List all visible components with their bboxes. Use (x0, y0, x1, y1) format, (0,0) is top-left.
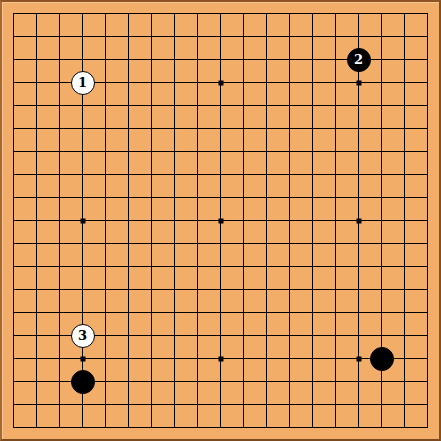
intersection (117, 94, 140, 117)
intersection (232, 25, 255, 48)
intersection (48, 278, 71, 301)
intersection (186, 94, 209, 117)
star-point (356, 218, 361, 223)
intersection (186, 370, 209, 393)
intersection (2, 278, 25, 301)
intersection (232, 94, 255, 117)
intersection (140, 117, 163, 140)
intersection (140, 94, 163, 117)
intersection (186, 48, 209, 71)
intersection (2, 232, 25, 255)
intersection (370, 186, 393, 209)
white-stone-3-D5: 3 (71, 324, 95, 348)
intersection (324, 347, 347, 370)
intersection (209, 416, 232, 439)
intersection (2, 347, 25, 370)
intersection (71, 94, 94, 117)
intersection (25, 2, 48, 25)
intersection (393, 117, 416, 140)
intersection (324, 255, 347, 278)
intersection (186, 324, 209, 347)
intersection (370, 25, 393, 48)
intersection (416, 255, 439, 278)
intersection (347, 232, 370, 255)
intersection (278, 347, 301, 370)
star-point (218, 218, 223, 223)
intersection (209, 324, 232, 347)
intersection (370, 163, 393, 186)
intersection (2, 255, 25, 278)
intersection (393, 48, 416, 71)
intersection (393, 324, 416, 347)
intersection (347, 347, 370, 370)
intersection (209, 2, 232, 25)
intersection (370, 48, 393, 71)
intersection (117, 370, 140, 393)
intersection (140, 347, 163, 370)
intersection (117, 209, 140, 232)
intersection (347, 71, 370, 94)
intersection (393, 370, 416, 393)
intersection (393, 209, 416, 232)
intersection (416, 232, 439, 255)
intersection (186, 416, 209, 439)
intersection (48, 301, 71, 324)
intersection (324, 278, 347, 301)
intersection (209, 232, 232, 255)
intersection (48, 48, 71, 71)
intersection: 3 (71, 324, 94, 347)
intersection (2, 393, 25, 416)
intersection (232, 232, 255, 255)
intersection (117, 324, 140, 347)
intersection (232, 163, 255, 186)
intersection (393, 301, 416, 324)
intersection (94, 209, 117, 232)
intersection (140, 324, 163, 347)
intersection (71, 2, 94, 25)
intersection (347, 2, 370, 25)
intersection (232, 140, 255, 163)
intersection (301, 255, 324, 278)
intersection (232, 278, 255, 301)
intersection (48, 2, 71, 25)
intersection (370, 94, 393, 117)
intersection (370, 370, 393, 393)
star-point (80, 218, 85, 223)
intersection (370, 301, 393, 324)
intersection (140, 232, 163, 255)
intersection (140, 416, 163, 439)
intersection (94, 25, 117, 48)
intersection (416, 140, 439, 163)
intersection (255, 324, 278, 347)
intersection (209, 140, 232, 163)
intersection (255, 71, 278, 94)
intersection (278, 278, 301, 301)
black-stone-D3 (71, 370, 95, 394)
intersection (48, 209, 71, 232)
black-stone-2-Q17: 2 (347, 48, 371, 72)
intersection (140, 48, 163, 71)
star-point (356, 356, 361, 361)
intersection (71, 278, 94, 301)
intersection (48, 163, 71, 186)
intersection (2, 94, 25, 117)
intersection (255, 255, 278, 278)
intersection (186, 232, 209, 255)
intersection (255, 2, 278, 25)
intersection (71, 347, 94, 370)
intersection (25, 117, 48, 140)
intersection (25, 301, 48, 324)
intersection (301, 324, 324, 347)
intersection (117, 232, 140, 255)
intersection (301, 163, 324, 186)
intersection (370, 209, 393, 232)
intersection (163, 232, 186, 255)
intersection (117, 71, 140, 94)
intersection (186, 25, 209, 48)
intersection (301, 117, 324, 140)
intersection (140, 25, 163, 48)
intersection: 2 (347, 48, 370, 71)
intersection (278, 94, 301, 117)
intersection (301, 2, 324, 25)
intersection (255, 25, 278, 48)
intersection (324, 393, 347, 416)
intersection (278, 186, 301, 209)
intersection (25, 209, 48, 232)
intersection (140, 2, 163, 25)
intersection (140, 209, 163, 232)
intersection (324, 163, 347, 186)
intersection (140, 278, 163, 301)
intersection (94, 278, 117, 301)
intersection (163, 140, 186, 163)
intersection (117, 140, 140, 163)
intersection (370, 2, 393, 25)
intersection (94, 416, 117, 439)
intersection (301, 232, 324, 255)
intersection (140, 370, 163, 393)
intersection (301, 94, 324, 117)
intersection (163, 393, 186, 416)
intersection (416, 94, 439, 117)
intersection (393, 347, 416, 370)
intersection (324, 209, 347, 232)
intersection (370, 117, 393, 140)
intersection (278, 255, 301, 278)
intersection (94, 48, 117, 71)
intersection (186, 393, 209, 416)
intersection (278, 416, 301, 439)
intersection (278, 370, 301, 393)
intersection (163, 209, 186, 232)
intersection (25, 416, 48, 439)
intersection (71, 370, 94, 393)
intersection (232, 255, 255, 278)
intersection (163, 255, 186, 278)
intersection (324, 301, 347, 324)
intersection (48, 416, 71, 439)
intersection (117, 163, 140, 186)
intersection (232, 186, 255, 209)
intersection (278, 48, 301, 71)
intersection (140, 71, 163, 94)
intersection (2, 48, 25, 71)
intersection (209, 370, 232, 393)
intersection (117, 255, 140, 278)
intersection (209, 25, 232, 48)
intersection (163, 324, 186, 347)
intersection (209, 278, 232, 301)
intersection (163, 301, 186, 324)
intersection (117, 2, 140, 25)
intersection (347, 209, 370, 232)
intersection (301, 301, 324, 324)
intersection (347, 186, 370, 209)
intersection (393, 278, 416, 301)
intersection (2, 25, 25, 48)
intersection (94, 232, 117, 255)
star-point (80, 356, 85, 361)
intersection (2, 301, 25, 324)
intersection (25, 278, 48, 301)
intersection: 1 (71, 71, 94, 94)
intersection (232, 209, 255, 232)
intersection (94, 301, 117, 324)
intersection (25, 255, 48, 278)
intersection (140, 186, 163, 209)
intersection (324, 25, 347, 48)
intersection (117, 393, 140, 416)
intersection (94, 163, 117, 186)
intersection (232, 393, 255, 416)
intersection (163, 94, 186, 117)
intersection (232, 2, 255, 25)
intersection (94, 2, 117, 25)
intersection (278, 393, 301, 416)
intersection (48, 347, 71, 370)
intersection (94, 324, 117, 347)
intersection (94, 186, 117, 209)
intersection (2, 324, 25, 347)
intersection (324, 71, 347, 94)
intersection (163, 71, 186, 94)
intersection (416, 278, 439, 301)
intersection (163, 370, 186, 393)
intersection (94, 393, 117, 416)
intersection (416, 301, 439, 324)
intersection (416, 416, 439, 439)
intersection (278, 117, 301, 140)
intersection (370, 71, 393, 94)
intersection (347, 370, 370, 393)
intersection (255, 163, 278, 186)
star-point (356, 80, 361, 85)
intersection (186, 209, 209, 232)
intersection (416, 25, 439, 48)
intersection (71, 232, 94, 255)
intersection (416, 324, 439, 347)
intersection (301, 416, 324, 439)
intersection (301, 186, 324, 209)
intersection (48, 393, 71, 416)
intersection (255, 48, 278, 71)
intersection (370, 347, 393, 370)
intersection (94, 71, 117, 94)
intersection (255, 416, 278, 439)
intersection (163, 2, 186, 25)
intersection (117, 347, 140, 370)
intersection (324, 324, 347, 347)
intersection (278, 163, 301, 186)
intersection (324, 232, 347, 255)
go-board: 213 (0, 0, 441, 441)
intersection (278, 140, 301, 163)
intersection (255, 393, 278, 416)
intersection (48, 94, 71, 117)
intersection (25, 94, 48, 117)
intersection (2, 117, 25, 140)
intersection (2, 416, 25, 439)
intersection (94, 255, 117, 278)
intersection (370, 255, 393, 278)
intersection (2, 71, 25, 94)
intersection (278, 301, 301, 324)
intersection (94, 117, 117, 140)
intersection (48, 71, 71, 94)
intersection (163, 347, 186, 370)
intersection (186, 301, 209, 324)
intersection (347, 393, 370, 416)
intersection (25, 393, 48, 416)
intersection (48, 25, 71, 48)
intersection (232, 117, 255, 140)
intersection (186, 117, 209, 140)
intersection (94, 140, 117, 163)
intersection (186, 140, 209, 163)
intersection (48, 255, 71, 278)
intersection (71, 255, 94, 278)
intersection (48, 232, 71, 255)
intersection (2, 140, 25, 163)
intersection (393, 2, 416, 25)
intersection (301, 25, 324, 48)
intersection (324, 94, 347, 117)
intersection (71, 117, 94, 140)
intersection (393, 186, 416, 209)
intersection (347, 255, 370, 278)
intersection (48, 140, 71, 163)
intersection (347, 25, 370, 48)
intersection (393, 232, 416, 255)
intersection (370, 393, 393, 416)
intersection (370, 232, 393, 255)
intersection (301, 48, 324, 71)
intersection (255, 278, 278, 301)
intersection (117, 416, 140, 439)
intersection (209, 255, 232, 278)
intersection (416, 117, 439, 140)
intersection (301, 370, 324, 393)
intersection (255, 140, 278, 163)
intersection (416, 209, 439, 232)
intersection (25, 163, 48, 186)
intersection (416, 2, 439, 25)
intersection (186, 347, 209, 370)
intersection (209, 347, 232, 370)
intersection (255, 209, 278, 232)
intersection (416, 163, 439, 186)
intersection (232, 370, 255, 393)
intersection (2, 209, 25, 232)
intersection (301, 347, 324, 370)
intersection (140, 140, 163, 163)
intersection (94, 370, 117, 393)
intersection (71, 48, 94, 71)
intersection (232, 301, 255, 324)
intersection (278, 209, 301, 232)
intersection (416, 186, 439, 209)
intersection (163, 117, 186, 140)
intersection (48, 324, 71, 347)
go-board-grid: 213 (2, 2, 439, 439)
intersection (25, 232, 48, 255)
intersection (209, 48, 232, 71)
intersection (324, 117, 347, 140)
intersection (140, 301, 163, 324)
intersection (71, 163, 94, 186)
intersection (186, 255, 209, 278)
intersection (25, 140, 48, 163)
intersection (186, 71, 209, 94)
intersection (393, 163, 416, 186)
intersection (209, 209, 232, 232)
intersection (416, 370, 439, 393)
intersection (25, 186, 48, 209)
intersection (255, 301, 278, 324)
intersection (25, 324, 48, 347)
intersection (48, 186, 71, 209)
intersection (25, 347, 48, 370)
intersection (278, 2, 301, 25)
intersection (163, 186, 186, 209)
intersection (94, 94, 117, 117)
intersection (301, 209, 324, 232)
intersection (209, 186, 232, 209)
intersection (255, 94, 278, 117)
intersection (278, 232, 301, 255)
intersection (25, 370, 48, 393)
intersection (370, 278, 393, 301)
white-stone-1-D16: 1 (71, 71, 95, 95)
intersection (209, 117, 232, 140)
intersection (163, 278, 186, 301)
intersection (393, 393, 416, 416)
intersection (48, 117, 71, 140)
intersection (25, 25, 48, 48)
intersection (416, 71, 439, 94)
intersection (2, 2, 25, 25)
intersection (71, 25, 94, 48)
intersection (347, 140, 370, 163)
intersection (301, 393, 324, 416)
intersection (209, 71, 232, 94)
intersection (140, 255, 163, 278)
intersection (324, 48, 347, 71)
